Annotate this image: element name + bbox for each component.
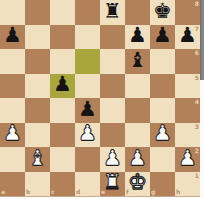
square-d8[interactable] <box>75 0 100 25</box>
white-pawn-d3[interactable]: ♟ <box>78 123 97 144</box>
square-c2[interactable] <box>50 147 75 172</box>
square-g7[interactable]: ♟ <box>150 25 175 50</box>
square-e6[interactable] <box>100 49 125 74</box>
chess-board: ♜♚8♟♟♟♟7♝6♟5♟4♟♟♟3♝♟♟♟2abcd♜e♚fg1h <box>0 0 200 196</box>
file-label-g: g <box>151 189 155 195</box>
square-d7[interactable] <box>75 25 100 50</box>
rank-label-1: 1 <box>195 173 199 179</box>
chess-app-screen: ♜♚8♟♟♟♟7♝6♟5♟4♟♟♟3♝♟♟♟2abcd♜e♚fg1h <box>0 0 204 199</box>
square-a2[interactable] <box>0 147 25 172</box>
page-scrollbar[interactable] <box>200 0 204 199</box>
square-g6[interactable] <box>150 49 175 74</box>
white-rook-e1[interactable]: ♜ <box>103 172 122 193</box>
square-g4[interactable] <box>150 98 175 123</box>
square-e2[interactable]: ♟ <box>100 147 125 172</box>
square-a1[interactable]: a <box>0 172 25 197</box>
square-d6[interactable] <box>75 49 100 74</box>
square-a5[interactable] <box>0 74 25 99</box>
square-h5[interactable]: 5 <box>175 74 200 99</box>
black-rook-e8[interactable]: ♜ <box>103 1 122 22</box>
square-e4[interactable] <box>100 98 125 123</box>
square-d1[interactable]: d <box>75 172 100 197</box>
square-g5[interactable] <box>150 74 175 99</box>
square-c3[interactable] <box>50 123 75 148</box>
square-d2[interactable] <box>75 147 100 172</box>
square-a3[interactable]: ♟ <box>0 123 25 148</box>
square-a7[interactable]: ♟ <box>0 25 25 50</box>
square-b7[interactable] <box>25 25 50 50</box>
square-c4[interactable] <box>50 98 75 123</box>
square-g3[interactable]: ♟ <box>150 123 175 148</box>
square-e5[interactable] <box>100 74 125 99</box>
white-pawn-f2[interactable]: ♟ <box>128 148 147 169</box>
square-h2[interactable]: ♟2 <box>175 147 200 172</box>
square-e1[interactable]: ♜e <box>100 172 125 197</box>
square-f5[interactable] <box>125 74 150 99</box>
black-pawn-g7[interactable]: ♟ <box>153 25 172 46</box>
white-pawn-a3[interactable]: ♟ <box>3 123 22 144</box>
square-f2[interactable]: ♟ <box>125 147 150 172</box>
square-c7[interactable] <box>50 25 75 50</box>
white-pawn-g3[interactable]: ♟ <box>153 123 172 144</box>
bottom-margin <box>0 197 200 199</box>
file-label-c: c <box>51 189 55 195</box>
square-e3[interactable] <box>100 123 125 148</box>
square-g8[interactable]: ♚ <box>150 0 175 25</box>
rank-label-4: 4 <box>195 99 199 105</box>
square-h4[interactable]: 4 <box>175 98 200 123</box>
square-b6[interactable] <box>25 49 50 74</box>
white-pawn-h2[interactable]: ♟ <box>178 148 197 169</box>
square-b4[interactable] <box>25 98 50 123</box>
square-d3[interactable]: ♟ <box>75 123 100 148</box>
square-f1[interactable]: ♚f <box>125 172 150 197</box>
black-pawn-c5[interactable]: ♟ <box>53 74 72 95</box>
square-d5[interactable] <box>75 74 100 99</box>
square-a8[interactable] <box>0 0 25 25</box>
black-king-g8[interactable]: ♚ <box>153 1 172 22</box>
square-b8[interactable] <box>25 0 50 25</box>
rank-label-3: 3 <box>195 124 199 130</box>
white-king-f1[interactable]: ♚ <box>128 172 147 193</box>
square-c1[interactable]: c <box>50 172 75 197</box>
square-e7[interactable] <box>100 25 125 50</box>
rank-label-6: 6 <box>195 50 199 56</box>
square-g1[interactable]: g <box>150 172 175 197</box>
square-h7[interactable]: ♟7 <box>175 25 200 50</box>
square-f6[interactable]: ♝ <box>125 49 150 74</box>
square-f8[interactable] <box>125 0 150 25</box>
square-e8[interactable]: ♜ <box>100 0 125 25</box>
rank-label-8: 8 <box>195 1 199 7</box>
square-f4[interactable] <box>125 98 150 123</box>
square-b2[interactable]: ♝ <box>25 147 50 172</box>
square-b1[interactable]: b <box>25 172 50 197</box>
square-h6[interactable]: 6 <box>175 49 200 74</box>
scrollbar-thumb[interactable] <box>200 0 204 80</box>
black-pawn-d4[interactable]: ♟ <box>78 99 97 120</box>
square-f3[interactable] <box>125 123 150 148</box>
square-a6[interactable] <box>0 49 25 74</box>
file-label-b: b <box>26 189 30 195</box>
square-g2[interactable] <box>150 147 175 172</box>
square-h8[interactable]: 8 <box>175 0 200 25</box>
square-f7[interactable]: ♟ <box>125 25 150 50</box>
file-label-a: a <box>1 189 5 195</box>
square-b5[interactable] <box>25 74 50 99</box>
file-label-d: d <box>76 189 80 195</box>
file-label-h: h <box>176 189 180 195</box>
square-h1[interactable]: 1h <box>175 172 200 197</box>
square-b3[interactable] <box>25 123 50 148</box>
black-bishop-f6[interactable]: ♝ <box>128 50 147 71</box>
square-c6[interactable] <box>50 49 75 74</box>
black-pawn-f7[interactable]: ♟ <box>128 25 147 46</box>
square-a4[interactable] <box>0 98 25 123</box>
square-h3[interactable]: 3 <box>175 123 200 148</box>
white-bishop-b2[interactable]: ♝ <box>28 148 47 169</box>
square-c5[interactable]: ♟ <box>50 74 75 99</box>
black-pawn-h7[interactable]: ♟ <box>178 25 197 46</box>
rank-label-5: 5 <box>195 75 199 81</box>
black-pawn-a7[interactable]: ♟ <box>3 25 22 46</box>
square-d4[interactable]: ♟ <box>75 98 100 123</box>
square-c8[interactable] <box>50 0 75 25</box>
white-pawn-e2[interactable]: ♟ <box>103 148 122 169</box>
